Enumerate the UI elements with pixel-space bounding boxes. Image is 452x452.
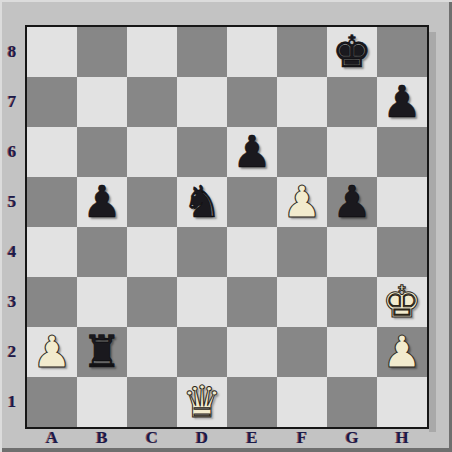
- square-d7[interactable]: [177, 77, 227, 127]
- piece-black-pawn-icon[interactable]: ♟: [227, 127, 277, 177]
- file-label-c: C: [127, 427, 177, 451]
- file-label-a: A: [27, 427, 77, 451]
- square-a3[interactable]: [27, 277, 77, 327]
- square-e7[interactable]: [227, 77, 277, 127]
- square-b3[interactable]: [77, 277, 127, 327]
- square-a4[interactable]: [27, 227, 77, 277]
- square-f1[interactable]: [277, 377, 327, 427]
- square-d8[interactable]: [177, 27, 227, 77]
- square-d3[interactable]: [177, 277, 227, 327]
- rank-label-7: 7: [0, 77, 24, 127]
- file-label-e: E: [227, 427, 277, 451]
- square-b1[interactable]: [77, 377, 127, 427]
- square-g7[interactable]: [327, 77, 377, 127]
- square-f4[interactable]: [277, 227, 327, 277]
- chess-board: ♚♟♟♟♞♟♟♚♟♜♟♛: [25, 25, 429, 429]
- rank-label-3: 3: [0, 277, 24, 327]
- square-b5[interactable]: ♟: [77, 177, 127, 227]
- square-a5[interactable]: [27, 177, 77, 227]
- square-f3[interactable]: [277, 277, 327, 327]
- square-c4[interactable]: [127, 227, 177, 277]
- piece-black-pawn-icon[interactable]: ♟: [77, 177, 127, 227]
- rank-label-1: 1: [0, 377, 24, 427]
- rank-label-2: 2: [0, 327, 24, 377]
- square-g3[interactable]: [327, 277, 377, 327]
- square-d1[interactable]: ♛: [177, 377, 227, 427]
- file-label-h: H: [377, 427, 427, 451]
- square-h1[interactable]: [377, 377, 427, 427]
- diagram-frame: ♚♟♟♟♞♟♟♚♟♜♟♛ 87654321 ABCDEFGH: [0, 0, 452, 452]
- piece-white-pawn-icon[interactable]: ♟: [277, 177, 327, 227]
- piece-white-queen-icon[interactable]: ♛: [177, 377, 227, 427]
- square-e4[interactable]: [227, 227, 277, 277]
- board-drop-shadow: [429, 32, 436, 432]
- square-a8[interactable]: [27, 27, 77, 77]
- square-g4[interactable]: [327, 227, 377, 277]
- square-c8[interactable]: [127, 27, 177, 77]
- square-d6[interactable]: [177, 127, 227, 177]
- square-g8[interactable]: ♚: [327, 27, 377, 77]
- square-g2[interactable]: [327, 327, 377, 377]
- file-label-b: B: [77, 427, 127, 451]
- square-c2[interactable]: [127, 327, 177, 377]
- square-g1[interactable]: [327, 377, 377, 427]
- square-a6[interactable]: [27, 127, 77, 177]
- square-f6[interactable]: [277, 127, 327, 177]
- file-label-f: F: [277, 427, 327, 451]
- square-e8[interactable]: [227, 27, 277, 77]
- square-e6[interactable]: ♟: [227, 127, 277, 177]
- piece-black-pawn-icon[interactable]: ♟: [377, 77, 427, 127]
- square-h4[interactable]: [377, 227, 427, 277]
- square-a2[interactable]: ♟: [27, 327, 77, 377]
- square-h3[interactable]: ♚: [377, 277, 427, 327]
- square-f5[interactable]: ♟: [277, 177, 327, 227]
- rank-label-6: 6: [0, 127, 24, 177]
- square-a7[interactable]: [27, 77, 77, 127]
- square-f7[interactable]: [277, 77, 327, 127]
- square-b7[interactable]: [77, 77, 127, 127]
- square-g6[interactable]: [327, 127, 377, 177]
- square-a1[interactable]: [27, 377, 77, 427]
- square-f2[interactable]: [277, 327, 327, 377]
- square-f8[interactable]: [277, 27, 327, 77]
- square-b8[interactable]: [77, 27, 127, 77]
- square-h6[interactable]: [377, 127, 427, 177]
- piece-black-king-icon[interactable]: ♚: [327, 27, 377, 77]
- rank-label-5: 5: [0, 177, 24, 227]
- square-b6[interactable]: [77, 127, 127, 177]
- square-g5[interactable]: ♟: [327, 177, 377, 227]
- square-b4[interactable]: [77, 227, 127, 277]
- square-e3[interactable]: [227, 277, 277, 327]
- square-e5[interactable]: [227, 177, 277, 227]
- rank-label-4: 4: [0, 227, 24, 277]
- square-h7[interactable]: ♟: [377, 77, 427, 127]
- square-h5[interactable]: [377, 177, 427, 227]
- square-c1[interactable]: [127, 377, 177, 427]
- file-label-d: D: [177, 427, 227, 451]
- piece-white-pawn-icon[interactable]: ♟: [27, 327, 77, 377]
- square-c7[interactable]: [127, 77, 177, 127]
- square-h2[interactable]: ♟: [377, 327, 427, 377]
- piece-white-pawn-icon[interactable]: ♟: [377, 327, 427, 377]
- square-c5[interactable]: [127, 177, 177, 227]
- file-label-g: G: [327, 427, 377, 451]
- square-d4[interactable]: [177, 227, 227, 277]
- piece-black-pawn-icon[interactable]: ♟: [327, 177, 377, 227]
- square-b2[interactable]: ♜: [77, 327, 127, 377]
- square-e2[interactable]: [227, 327, 277, 377]
- square-d2[interactable]: [177, 327, 227, 377]
- rank-label-8: 8: [0, 27, 24, 77]
- piece-white-king-icon[interactable]: ♚: [377, 277, 427, 327]
- square-h8[interactable]: [377, 27, 427, 77]
- piece-black-rook-icon[interactable]: ♜: [77, 327, 127, 377]
- square-e1[interactable]: [227, 377, 277, 427]
- square-d5[interactable]: ♞: [177, 177, 227, 227]
- piece-black-knight-icon[interactable]: ♞: [177, 177, 227, 227]
- square-c6[interactable]: [127, 127, 177, 177]
- square-c3[interactable]: [127, 277, 177, 327]
